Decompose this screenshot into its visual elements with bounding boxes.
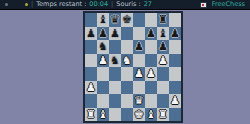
white-pawn: ♟ [146, 68, 156, 79]
square-h6[interactable] [169, 40, 181, 54]
square-f6[interactable] [145, 40, 157, 54]
square-f3[interactable] [145, 81, 157, 95]
square-a1[interactable]: ♜ [85, 108, 97, 122]
square-b3[interactable] [97, 81, 109, 95]
square-d5[interactable]: ♞ [121, 54, 133, 68]
square-g7[interactable]: ♝ [157, 27, 169, 41]
time-remaining-value: 00:04 [89, 0, 108, 9]
square-h8[interactable] [169, 13, 181, 27]
square-d7[interactable] [121, 27, 133, 41]
square-b7[interactable]: ♟ [97, 27, 109, 41]
brand-link[interactable]: FreeChess [212, 0, 245, 9]
square-b5[interactable]: ♟ [97, 54, 109, 68]
white-pawn: ♟ [170, 95, 180, 106]
status-bar: | Temps restant : 00:04 | Souris : 27 Fr… [0, 0, 250, 10]
black-rook: ♜ [158, 14, 168, 25]
mouse-value: 27 [144, 0, 152, 9]
square-e4[interactable]: ♟ [133, 67, 145, 81]
separator: | [111, 0, 113, 9]
square-h3[interactable] [169, 81, 181, 95]
white-pawn: ♟ [98, 55, 108, 66]
square-a2[interactable] [85, 94, 97, 108]
square-g4[interactable] [157, 67, 169, 81]
square-c5[interactable]: ♞ [109, 54, 121, 68]
black-knight: ♞ [110, 55, 120, 66]
white-pawn: ♟ [134, 68, 144, 79]
separator: | [31, 0, 33, 9]
black-pawn: ♟ [134, 41, 144, 52]
square-b6[interactable]: ♞ [97, 40, 109, 54]
status-bar-right: FreeChess [200, 0, 245, 9]
mouse-label: Souris : [116, 0, 140, 9]
square-a3[interactable]: ♟ [85, 81, 97, 95]
square-d4[interactable] [121, 67, 133, 81]
square-e5[interactable] [133, 54, 145, 68]
brand-icon [200, 2, 207, 8]
white-bishop: ♝ [98, 109, 108, 120]
white-pawn: ♟ [158, 55, 168, 66]
black-bishop: ♝ [98, 14, 108, 25]
square-c6[interactable] [109, 40, 121, 54]
square-f1[interactable]: ♝ [145, 108, 157, 122]
status-dot-icon [25, 3, 28, 6]
square-a5[interactable] [85, 54, 97, 68]
black-pawn: ♟ [146, 28, 156, 39]
bullet-icon [5, 3, 8, 6]
square-h4[interactable] [169, 67, 181, 81]
square-c1[interactable] [109, 108, 121, 122]
black-pawn: ♟ [170, 28, 180, 39]
time-remaining-label: Temps restant : [36, 0, 86, 9]
white-rook: ♜ [158, 109, 168, 120]
square-d1[interactable] [121, 108, 133, 122]
white-knight: ♞ [122, 55, 132, 66]
square-h7[interactable]: ♟ [169, 27, 181, 41]
square-b4[interactable] [97, 67, 109, 81]
black-queen: ♛ [110, 14, 120, 25]
square-b1[interactable]: ♝ [97, 108, 109, 122]
square-b2[interactable] [97, 94, 109, 108]
square-h1[interactable] [169, 108, 181, 122]
black-pawn: ♟ [86, 28, 96, 39]
square-f4[interactable]: ♟ [145, 67, 157, 81]
black-pawn: ♟ [158, 41, 168, 52]
square-g1[interactable]: ♜ [157, 108, 169, 122]
square-g2[interactable] [157, 94, 169, 108]
square-d2[interactable] [121, 94, 133, 108]
square-f5[interactable] [145, 54, 157, 68]
square-g3[interactable] [157, 81, 169, 95]
square-b8[interactable]: ♝ [97, 13, 109, 27]
square-a7[interactable]: ♟ [85, 27, 97, 41]
white-rook: ♜ [86, 109, 96, 120]
square-d8[interactable]: ♚ [121, 13, 133, 27]
square-f2[interactable] [145, 94, 157, 108]
black-knight: ♞ [98, 41, 108, 52]
status-bar-left: | Temps restant : 00:04 | Souris : 27 [5, 0, 152, 9]
square-h2[interactable]: ♟ [169, 94, 181, 108]
square-g8[interactable]: ♜ [157, 13, 169, 27]
white-queen: ♛ [134, 95, 144, 106]
white-bishop: ♝ [146, 109, 156, 120]
square-e6[interactable]: ♟ [133, 40, 145, 54]
square-g5[interactable]: ♟ [157, 54, 169, 68]
square-a4[interactable] [85, 67, 97, 81]
square-a8[interactable] [85, 13, 97, 27]
black-pawn: ♟ [110, 28, 120, 39]
square-e3[interactable] [133, 81, 145, 95]
square-a6[interactable] [85, 40, 97, 54]
square-f7[interactable]: ♟ [145, 27, 157, 41]
square-c3[interactable] [109, 81, 121, 95]
square-e7[interactable] [133, 27, 145, 41]
square-d3[interactable] [121, 81, 133, 95]
square-e1[interactable]: ♚ [133, 108, 145, 122]
square-g6[interactable]: ♟ [157, 40, 169, 54]
square-d6[interactable] [121, 40, 133, 54]
square-c7[interactable]: ♟ [109, 27, 121, 41]
square-f8[interactable] [145, 13, 157, 27]
square-c2[interactable] [109, 94, 121, 108]
square-c8[interactable]: ♛ [109, 13, 121, 27]
square-c4[interactable] [109, 67, 121, 81]
black-pawn: ♟ [98, 28, 108, 39]
white-pawn: ♟ [86, 82, 96, 93]
white-king: ♚ [134, 109, 144, 120]
square-e8[interactable] [133, 13, 145, 27]
chess-board: ♝♛♚♜♟♟♟♟♝♟♞♟♟♟♞♞♟♟♟♟♛♟♜♝♚♝♜ [83, 11, 183, 123]
square-h5[interactable] [169, 54, 181, 68]
black-bishop: ♝ [158, 28, 168, 39]
black-king: ♚ [122, 14, 132, 25]
square-e2[interactable]: ♛ [133, 94, 145, 108]
